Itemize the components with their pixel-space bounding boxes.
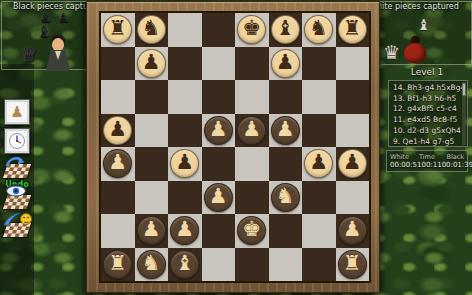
square-h8[interactable]: ♜ <box>336 13 370 47</box>
square-g1[interactable] <box>302 248 336 282</box>
black-clock-value: 00:01:39 <box>442 161 472 169</box>
piece-black-bishop-f8[interactable]: ♝ <box>271 15 300 44</box>
square-d2[interactable] <box>202 214 236 248</box>
square-g4[interactable]: ♟ <box>302 147 336 181</box>
piece-black-pawn-c4[interactable]: ♟ <box>170 149 199 178</box>
square-f1[interactable] <box>269 248 303 282</box>
square-e3[interactable] <box>235 181 269 215</box>
square-a6[interactable] <box>101 80 135 114</box>
pawn-icon: ♟ <box>209 186 228 207</box>
square-h2[interactable]: ♟ <box>336 214 370 248</box>
square-a3[interactable] <box>101 181 135 215</box>
piece-black-knight-b8[interactable]: ♞ <box>137 15 166 44</box>
move-entry: 11. e4xd5 Bc8-f5 <box>393 115 459 126</box>
piece-white-pawn-c2[interactable]: ♟ <box>170 216 199 245</box>
piece-black-pawn-a5[interactable]: ♟ <box>103 116 132 145</box>
square-f8[interactable]: ♝ <box>269 13 303 47</box>
pawn-icon: ♟ <box>175 219 194 240</box>
piece-black-pawn-g4[interactable]: ♟ <box>304 149 333 178</box>
square-b3[interactable] <box>135 181 169 215</box>
pawn-icon: ♟ <box>108 119 127 140</box>
piece-black-knight-g8[interactable]: ♞ <box>304 15 333 44</box>
square-b8[interactable]: ♞ <box>135 13 169 47</box>
square-g3[interactable] <box>302 181 336 215</box>
knight-icon: ♞ <box>309 18 328 39</box>
rook-icon: ♜ <box>343 18 362 39</box>
square-e2[interactable]: ♚ <box>235 214 269 248</box>
moves-scrollbar[interactable] <box>462 82 466 145</box>
bishop-icon: ♝ <box>276 18 295 39</box>
move-entry: 12. g4xBf5 c5-c4 <box>393 104 459 115</box>
captured-black-pawn: ♟ <box>57 11 69 24</box>
square-d5[interactable]: ♟ <box>202 114 236 148</box>
piece-white-pawn-e5[interactable]: ♟ <box>237 116 266 145</box>
piece-black-pawn-b7[interactable]: ♟ <box>137 49 166 78</box>
square-a2[interactable] <box>101 214 135 248</box>
pawn-icon: ♟ <box>10 105 23 120</box>
square-h4[interactable]: ♟ <box>336 147 370 181</box>
square-c1[interactable]: ♝ <box>168 248 202 282</box>
move-entry: 13. Bf1-h3 h6-h5 <box>393 94 459 105</box>
piece-white-knight-f3[interactable]: ♞ <box>271 183 300 212</box>
pieces-window-icon: ♟ <box>4 99 30 125</box>
piece-black-rook-a8[interactable]: ♜ <box>103 15 132 44</box>
moves-scrollbar-thumb[interactable] <box>462 83 466 96</box>
rook-icon: ♜ <box>108 253 127 274</box>
square-e4[interactable] <box>235 147 269 181</box>
piece-black-pawn-h4[interactable]: ♟ <box>338 149 367 178</box>
rook-icon: ♜ <box>108 18 127 39</box>
pawn-icon: ♟ <box>276 52 295 73</box>
piece-white-pawn-h2[interactable]: ♟ <box>338 216 367 245</box>
square-c2[interactable]: ♟ <box>168 214 202 248</box>
square-a1[interactable]: ♜ <box>101 248 135 282</box>
square-g8[interactable]: ♞ <box>302 13 336 47</box>
square-f2[interactable] <box>269 214 303 248</box>
square-d3[interactable]: ♟ <box>202 181 236 215</box>
square-c5[interactable] <box>168 114 202 148</box>
move-list-panel[interactable]: 14. Bh3-g4 h5xBg413. Bf1-h3 h6-h512. g4x… <box>388 80 468 147</box>
bishop-icon: ♝ <box>175 253 194 274</box>
square-a4[interactable]: ♟ <box>101 147 135 181</box>
square-e1[interactable] <box>235 248 269 282</box>
captured-white-bishop: ♝ <box>417 18 430 33</box>
piece-white-pawn-d3[interactable]: ♟ <box>204 183 233 212</box>
pawn-icon: ♟ <box>142 219 161 240</box>
knight-icon: ♞ <box>142 18 161 39</box>
square-b7[interactable]: ♟ <box>135 47 169 81</box>
piece-black-pawn-f7[interactable]: ♟ <box>271 49 300 78</box>
captured-black-queen: ♛ <box>20 45 37 64</box>
square-c6[interactable] <box>168 80 202 114</box>
square-a5[interactable]: ♟ <box>101 114 135 148</box>
king-icon: ♚ <box>242 18 261 39</box>
pawn-icon: ♟ <box>175 152 194 173</box>
square-e7[interactable] <box>235 47 269 81</box>
square-e6[interactable] <box>235 80 269 114</box>
chess-board[interactable]: ♜♞♚♝♞♜♟♟♟♟♟♟♟♟♟♟♟♞♟♟♚♟♜♞♝♜ <box>99 11 371 283</box>
square-h5[interactable] <box>336 114 370 148</box>
square-b5[interactable] <box>135 114 169 148</box>
king-icon: ♚ <box>242 219 261 240</box>
black-player-avatar <box>403 36 427 63</box>
piece-white-pawn-a4[interactable]: ♟ <box>103 149 132 178</box>
square-g2[interactable] <box>302 214 336 248</box>
square-a7[interactable] <box>101 47 135 81</box>
rook-icon: ♜ <box>343 253 362 274</box>
eye-icon <box>5 184 27 197</box>
time-clock-label: Time <box>415 153 440 161</box>
captured-white-queen: ♛ <box>383 43 400 62</box>
square-a8[interactable]: ♜ <box>101 13 135 47</box>
piece-white-pawn-f5[interactable]: ♟ <box>271 116 300 145</box>
square-b2[interactable]: ♟ <box>135 214 169 248</box>
square-b6[interactable] <box>135 80 169 114</box>
pawn-icon: ♟ <box>142 52 161 73</box>
show-move-button[interactable] <box>4 194 30 210</box>
square-f4[interactable] <box>269 147 303 181</box>
knight-icon: ♞ <box>142 253 161 274</box>
square-c7[interactable] <box>168 47 202 81</box>
square-e8[interactable]: ♚ <box>235 13 269 47</box>
piece-white-rook-a1[interactable]: ♜ <box>103 250 132 279</box>
clock-face-icon <box>8 132 26 150</box>
piece-white-rook-h1[interactable]: ♜ <box>338 250 367 279</box>
move-entry: 9. Qe1-h4 g7-g5 <box>393 137 459 147</box>
square-h6[interactable] <box>336 80 370 114</box>
pawn-icon: ♟ <box>242 119 261 140</box>
square-e5[interactable]: ♟ <box>235 114 269 148</box>
square-f5[interactable]: ♟ <box>269 114 303 148</box>
piece-white-knight-b1[interactable]: ♞ <box>137 250 166 279</box>
white-clock-value: 00:00:51 <box>390 161 421 169</box>
square-c4[interactable]: ♟ <box>168 147 202 181</box>
clock-icon <box>4 128 30 154</box>
piece-white-king-e2[interactable]: ♚ <box>237 216 266 245</box>
square-c3[interactable] <box>168 181 202 215</box>
square-f7[interactable]: ♟ <box>269 47 303 81</box>
square-h3[interactable] <box>336 181 370 215</box>
square-h1[interactable]: ♜ <box>336 248 370 282</box>
square-f3[interactable]: ♞ <box>269 181 303 215</box>
pawn-icon: ♟ <box>309 152 328 173</box>
clock-settings-button[interactable] <box>4 128 30 154</box>
square-b1[interactable]: ♞ <box>135 248 169 282</box>
piece-white-pawn-b2[interactable]: ♟ <box>137 216 166 245</box>
square-d1[interactable] <box>202 248 236 282</box>
square-d7[interactable] <box>202 47 236 81</box>
clock-panel: White Time Black 00:00:51 00:11 00:01:39 <box>386 150 468 172</box>
undo-arrow-icon <box>5 155 25 168</box>
square-g7[interactable] <box>302 47 336 81</box>
move-time-value: 00:11 <box>421 161 441 169</box>
level-label: Level 1 <box>383 67 471 77</box>
square-f6[interactable] <box>269 80 303 114</box>
chess-app-screen: ♟ Undo <box>0 0 472 295</box>
white-clock-label: White <box>390 153 415 161</box>
pawn-icon: ♟ <box>276 119 295 140</box>
square-d4[interactable] <box>202 147 236 181</box>
square-h7[interactable] <box>336 47 370 81</box>
pawn-icon: ♟ <box>343 152 362 173</box>
knight-icon: ♞ <box>276 186 295 207</box>
pawn-icon: ♟ <box>108 152 127 173</box>
square-g6[interactable] <box>302 80 336 114</box>
piece-white-bishop-c1[interactable]: ♝ <box>170 250 199 279</box>
move-entry: 10. d2-d3 g5xQh4 <box>393 126 459 137</box>
square-d8[interactable] <box>202 13 236 47</box>
piece-black-rook-h8[interactable]: ♜ <box>338 15 367 44</box>
smiley-icon <box>20 213 32 225</box>
board-frame: ♜♞♚♝♞♜♟♟♟♟♟♟♟♟♟♟♟♞♟♟♚♟♜♞♝♜ <box>86 1 380 293</box>
piece-black-king-e8[interactable]: ♚ <box>237 15 266 44</box>
piece-white-pawn-d5[interactable]: ♟ <box>204 116 233 145</box>
square-d6[interactable] <box>202 80 236 114</box>
move-entry: 14. Bh3-g4 h5xBg4 <box>393 83 459 94</box>
quill-icon <box>2 212 22 226</box>
edit-board-button[interactable] <box>4 222 30 238</box>
white-player-avatar <box>44 35 72 71</box>
pieces-set-button[interactable]: ♟ <box>4 99 30 125</box>
pawn-icon: ♟ <box>343 219 362 240</box>
square-c8[interactable] <box>168 13 202 47</box>
square-g5[interactable] <box>302 114 336 148</box>
move-list: 14. Bh3-g4 h5xBg413. Bf1-h3 h6-h512. g4x… <box>389 81 467 147</box>
pawn-icon: ♟ <box>209 119 228 140</box>
black-clock-label: Black <box>439 153 464 161</box>
square-b4[interactable] <box>135 147 169 181</box>
